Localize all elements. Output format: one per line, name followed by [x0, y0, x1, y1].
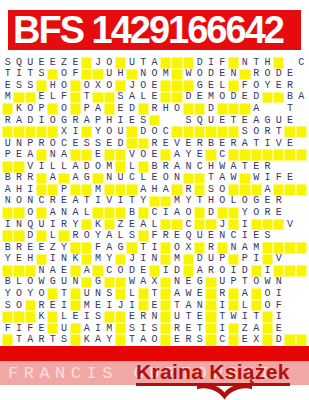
letter-cell: S — [126, 230, 137, 242]
letter-cell: O — [104, 80, 115, 92]
letter-cell: D — [273, 69, 284, 81]
letter-cell: G — [251, 196, 262, 208]
letter-cell: A — [262, 184, 273, 196]
letter-cell: W — [262, 277, 273, 289]
empty-cell — [296, 300, 307, 312]
empty-cell — [273, 161, 284, 173]
letter-cell: P — [239, 254, 250, 266]
blocked-cell — [228, 103, 239, 115]
letter-cell: E — [171, 334, 182, 346]
letter-cell: V — [104, 196, 115, 208]
letter-cell: R — [13, 173, 24, 185]
letter-cell: E — [251, 161, 262, 173]
blocked-cell — [115, 161, 126, 173]
blocked-cell — [47, 69, 58, 81]
letter-cell: E — [183, 138, 194, 150]
empty-cell — [296, 230, 307, 242]
blocked-cell — [115, 57, 126, 69]
letter-cell: F — [217, 57, 228, 69]
letter-cell: T — [239, 277, 250, 289]
empty-cell — [284, 230, 295, 242]
letter-cell: I — [217, 323, 228, 335]
blocked-cell — [183, 57, 194, 69]
letter-cell: I — [92, 323, 103, 335]
letter-cell: M — [160, 69, 171, 81]
letter-cell: M — [92, 184, 103, 196]
blocked-cell — [262, 149, 273, 161]
empty-cell — [296, 311, 307, 323]
letter-cell: X — [183, 242, 194, 254]
letter-cell: O — [171, 103, 182, 115]
blocked-cell — [183, 80, 194, 92]
letter-cell: N — [36, 265, 47, 277]
letter-cell: P — [217, 254, 228, 266]
letter-cell: E — [2, 80, 13, 92]
blocked-cell — [160, 334, 171, 346]
letter-cell: M — [104, 161, 115, 173]
letter-cell: T — [194, 323, 205, 335]
letter-cell: I — [25, 184, 36, 196]
letter-cell: R — [217, 288, 228, 300]
letter-cell: R — [70, 230, 81, 242]
blocked-cell — [70, 103, 81, 115]
blocked-cell — [25, 126, 36, 138]
letter-cell: Y — [104, 334, 115, 346]
blocked-cell — [183, 265, 194, 277]
letter-cell: E — [149, 300, 160, 312]
letter-cell: O — [149, 126, 160, 138]
letter-cell: D — [138, 126, 149, 138]
letter-cell: A — [92, 334, 103, 346]
letter-cell: D — [115, 138, 126, 150]
letter-cell: O — [25, 207, 36, 219]
blocked-cell — [205, 277, 216, 289]
letter-cell: R — [194, 138, 205, 150]
letter-cell: E — [149, 149, 160, 161]
blocked-cell — [194, 184, 205, 196]
letter-cell: O — [262, 300, 273, 312]
blocked-cell — [115, 254, 126, 266]
letter-cell: A — [171, 288, 182, 300]
letter-cell: T — [81, 196, 92, 208]
blocked-cell — [262, 334, 273, 346]
letter-cell: D — [251, 92, 262, 104]
letter-cell: X — [149, 277, 160, 289]
title-banner: BFS 1429166642 — [8, 10, 301, 50]
letter-cell: O — [81, 230, 92, 242]
empty-cell — [296, 207, 307, 219]
blocked-cell — [262, 242, 273, 254]
letter-cell: A — [104, 242, 115, 254]
blocked-cell — [36, 254, 47, 266]
empty-cell — [296, 254, 307, 266]
letter-cell: T — [251, 138, 262, 150]
blocked-cell — [138, 230, 149, 242]
letter-cell: R — [171, 323, 182, 335]
blocked-cell — [284, 242, 295, 254]
letter-cell: E — [273, 323, 284, 335]
letter-cell: I — [36, 115, 47, 127]
blocked-cell — [251, 265, 262, 277]
blocked-cell — [47, 126, 58, 138]
letter-cell: S — [138, 115, 149, 127]
letter-cell: O — [58, 103, 69, 115]
letter-cell: D — [171, 265, 182, 277]
letter-cell: I — [138, 323, 149, 335]
letter-cell: D — [81, 161, 92, 173]
letter-cell: W — [36, 277, 47, 289]
letter-cell: Z — [47, 242, 58, 254]
blocked-cell — [47, 288, 58, 300]
blocked-cell — [13, 161, 24, 173]
letter-cell: I — [36, 161, 47, 173]
letter-cell: I — [262, 138, 273, 150]
letter-cell: S — [239, 126, 250, 138]
blocked-cell — [205, 334, 216, 346]
blocked-cell — [228, 126, 239, 138]
letter-cell: A — [251, 323, 262, 335]
letter-cell: E — [239, 92, 250, 104]
letter-cell: A — [70, 207, 81, 219]
letter-cell: E — [58, 265, 69, 277]
blocked-cell — [296, 149, 307, 161]
blocked-cell — [251, 149, 262, 161]
empty-cell — [284, 311, 295, 323]
letter-cell: C — [160, 126, 171, 138]
blocked-cell — [171, 184, 182, 196]
letter-cell: C — [217, 334, 228, 346]
letter-cell: D — [126, 265, 137, 277]
blocked-cell — [92, 92, 103, 104]
letter-cell: R — [13, 242, 24, 254]
letter-cell: F — [2, 323, 13, 335]
letter-cell: S — [92, 311, 103, 323]
letter-cell: A — [160, 184, 171, 196]
letter-cell: I — [138, 254, 149, 266]
letter-cell: R — [70, 115, 81, 127]
letter-cell: L — [239, 300, 250, 312]
blocked-cell — [2, 230, 13, 242]
blocked-cell — [194, 103, 205, 115]
blocked-cell — [183, 173, 194, 185]
blocked-cell — [13, 230, 24, 242]
letter-cell: R — [149, 103, 160, 115]
letter-cell: E — [126, 311, 137, 323]
letter-cell: Y — [70, 219, 81, 231]
blocked-cell — [194, 219, 205, 231]
blocked-cell — [273, 57, 284, 69]
blocked-cell — [205, 288, 216, 300]
letter-cell: E — [36, 92, 47, 104]
blocked-cell — [2, 126, 13, 138]
letter-cell: O — [36, 288, 47, 300]
letter-cell: R — [262, 161, 273, 173]
letter-cell: A — [81, 115, 92, 127]
letter-cell: T — [138, 57, 149, 69]
blocked-cell — [81, 219, 92, 231]
empty-cell — [296, 103, 307, 115]
letter-cell: C — [58, 138, 69, 150]
letter-cell: I — [149, 242, 160, 254]
blocked-cell — [36, 126, 47, 138]
letter-cell: Y — [92, 230, 103, 242]
blocked-cell — [273, 149, 284, 161]
letter-cell: N — [149, 254, 160, 266]
blocked-cell — [194, 173, 205, 185]
blocked-cell — [92, 69, 103, 81]
letter-cell: A — [138, 277, 149, 289]
letter-cell: R — [251, 69, 262, 81]
letter-cell: E — [13, 149, 24, 161]
letter-cell: O — [58, 80, 69, 92]
letter-cell: T — [138, 242, 149, 254]
blocked-cell — [205, 300, 216, 312]
letter-cell: E — [262, 196, 273, 208]
letter-cell: D — [205, 103, 216, 115]
letter-cell: C — [217, 149, 228, 161]
blocked-cell — [296, 242, 307, 254]
blocked-cell — [25, 92, 36, 104]
blocked-cell — [36, 184, 47, 196]
letter-cell: H — [13, 184, 24, 196]
letter-cell: H — [160, 103, 171, 115]
letter-cell: R — [183, 184, 194, 196]
letter-cell: Y — [2, 254, 13, 266]
letter-cell: H — [205, 196, 216, 208]
blocked-cell — [149, 265, 160, 277]
letter-cell: E — [194, 288, 205, 300]
letter-cell: N — [239, 57, 250, 69]
letter-cell: A — [70, 173, 81, 185]
letter-cell: Q — [13, 57, 24, 69]
letter-cell: T — [273, 126, 284, 138]
blocked-cell — [115, 149, 126, 161]
letter-cell: B — [149, 161, 160, 173]
letter-cell: M — [92, 254, 103, 266]
blocked-cell — [160, 288, 171, 300]
letter-cell: E — [92, 300, 103, 312]
letter-cell: C — [296, 57, 307, 69]
letter-cell: N — [2, 196, 13, 208]
blocked-cell — [115, 207, 126, 219]
blocked-cell — [228, 219, 239, 231]
letter-cell: B — [284, 92, 295, 104]
letter-cell: K — [13, 103, 24, 115]
letter-cell: O — [104, 57, 115, 69]
letter-cell: N — [194, 300, 205, 312]
letter-cell: O — [13, 300, 24, 312]
blocked-cell — [296, 184, 307, 196]
letter-cell: R — [183, 334, 194, 346]
letter-cell: D — [25, 230, 36, 242]
letter-cell: O — [183, 207, 194, 219]
book-title: BFS 1429166642 — [8, 10, 283, 50]
letter-cell: E — [194, 149, 205, 161]
blocked-cell — [70, 242, 81, 254]
letter-cell: I — [115, 115, 126, 127]
blocked-cell — [239, 149, 250, 161]
letter-cell: D — [194, 57, 205, 69]
letter-cell: E — [273, 80, 284, 92]
blocked-cell — [183, 103, 194, 115]
letter-cell: I — [13, 323, 24, 335]
letter-cell: N — [13, 138, 24, 150]
empty-cell — [160, 115, 171, 127]
blocked-cell — [81, 126, 92, 138]
blocked-cell — [13, 311, 24, 323]
letter-cell: I — [13, 69, 24, 81]
letter-cell: A — [251, 115, 262, 127]
letter-cell: A — [25, 149, 36, 161]
letter-cell: O — [160, 173, 171, 185]
letter-cell: N — [92, 288, 103, 300]
letter-cell: R — [36, 300, 47, 312]
blocked-cell — [47, 184, 58, 196]
letter-cell: B — [2, 242, 13, 254]
blocked-cell — [284, 334, 295, 346]
letter-cell: B — [2, 277, 13, 289]
blocked-cell — [239, 173, 250, 185]
letter-cell: O — [251, 207, 262, 219]
blocked-cell — [228, 149, 239, 161]
letter-cell: A — [171, 161, 182, 173]
letter-cell: I — [47, 254, 58, 266]
letter-cell: E — [251, 230, 262, 242]
letter-cell: I — [239, 230, 250, 242]
letter-cell: E — [25, 242, 36, 254]
letter-cell: D — [126, 103, 137, 115]
blocked-cell — [239, 103, 250, 115]
blocked-cell — [160, 57, 171, 69]
letter-cell: U — [115, 126, 126, 138]
blocked-cell — [296, 265, 307, 277]
letter-cell: R — [160, 161, 171, 173]
letter-cell: Z — [239, 323, 250, 335]
letter-cell: L — [13, 277, 24, 289]
letter-cell: D — [205, 207, 216, 219]
letter-cell: U — [36, 219, 47, 231]
letter-cell: U — [126, 57, 137, 69]
empty-cell — [284, 300, 295, 312]
letter-cell: N — [13, 219, 24, 231]
letter-cell: O — [81, 80, 92, 92]
letter-cell: O — [25, 103, 36, 115]
letter-cell: E — [194, 92, 205, 104]
letter-cell: Q — [183, 230, 194, 242]
letter-cell: C — [149, 207, 160, 219]
letter-cell: E — [171, 230, 182, 242]
blocked-cell — [251, 219, 262, 231]
empty-cell — [296, 69, 307, 81]
blocked-cell — [228, 288, 239, 300]
blocked-cell — [217, 242, 228, 254]
blocked-cell — [160, 80, 171, 92]
empty-cell — [296, 277, 307, 289]
blocked-cell — [183, 126, 194, 138]
blocked-cell — [160, 219, 171, 231]
empty-cell — [262, 103, 273, 115]
letter-cell: L — [228, 196, 239, 208]
letter-cell: O — [171, 242, 182, 254]
empty-cell — [171, 115, 182, 127]
letter-cell: T — [239, 161, 250, 173]
letter-cell: T — [13, 334, 24, 346]
letter-cell: H — [104, 115, 115, 127]
blocked-cell — [47, 323, 58, 335]
letter-cell: D — [205, 69, 216, 81]
blocked-cell — [171, 219, 182, 231]
blocked-cell — [126, 126, 137, 138]
blocked-cell — [273, 92, 284, 104]
letter-cell: R — [262, 126, 273, 138]
letter-cell: L — [126, 288, 137, 300]
letter-cell: I — [160, 207, 171, 219]
letter-cell: O — [149, 69, 160, 81]
letter-cell: A — [13, 115, 24, 127]
letter-cell: N — [273, 277, 284, 289]
blocked-cell — [160, 242, 171, 254]
letter-cell: U — [58, 277, 69, 289]
letter-cell: A — [149, 57, 160, 69]
letter-cell: I — [217, 300, 228, 312]
letter-cell: E — [205, 230, 216, 242]
blocked-cell — [2, 103, 13, 115]
blocked-cell — [171, 80, 182, 92]
letter-cell: O — [239, 196, 250, 208]
letter-cell: N — [228, 242, 239, 254]
letter-cell: E — [284, 173, 295, 185]
empty-cell — [273, 230, 284, 242]
blocked-cell — [126, 138, 137, 150]
blocked-cell — [36, 80, 47, 92]
blocked-cell — [25, 300, 36, 312]
blocked-cell — [160, 300, 171, 312]
footer-red-strip — [0, 346, 309, 361]
blocked-cell — [228, 334, 239, 346]
letter-cell: I — [2, 219, 13, 231]
blocked-cell — [81, 184, 92, 196]
bookstore-watermark: Kraina Książek — [136, 361, 290, 386]
letter-cell: Q — [25, 219, 36, 231]
letter-cell: N — [47, 149, 58, 161]
letter-cell: S — [205, 184, 216, 196]
empty-cell — [284, 254, 295, 266]
letter-cell: F — [273, 300, 284, 312]
letter-cell: T — [149, 288, 160, 300]
letter-cell: S — [13, 80, 24, 92]
letter-cell: S — [115, 92, 126, 104]
letter-cell: A — [81, 265, 92, 277]
blocked-cell — [228, 323, 239, 335]
blocked-cell — [36, 230, 47, 242]
letter-cell: S — [149, 323, 160, 335]
letter-cell: A — [47, 173, 58, 185]
letter-cell: G — [194, 277, 205, 289]
letter-cell: R — [36, 334, 47, 346]
letter-cell: O — [58, 69, 69, 81]
letter-cell: T — [251, 57, 262, 69]
blocked-cell — [115, 334, 126, 346]
empty-cell — [284, 196, 295, 208]
letter-cell: N — [138, 69, 149, 81]
letter-cell: L — [81, 207, 92, 219]
letter-cell: I — [228, 265, 239, 277]
blocked-cell — [70, 288, 81, 300]
letter-cell: A — [104, 230, 115, 242]
letter-cell: B — [126, 207, 137, 219]
letter-cell: H — [262, 57, 273, 69]
letter-cell: Y — [183, 196, 194, 208]
